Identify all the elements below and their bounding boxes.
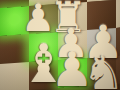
white-knight[interactable]: ♞ [80, 49, 120, 90]
pieces-layer: ♟♜♟♟♝♟♞ [0, 0, 120, 90]
chess-board-view: ♟♜♟♟♝♟♞ [0, 0, 120, 90]
white-bishop[interactable]: ♝ [17, 37, 70, 90]
